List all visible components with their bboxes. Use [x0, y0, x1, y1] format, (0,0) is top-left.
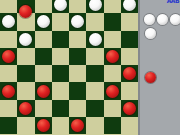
- red-piece[interactable]: [106, 50, 119, 63]
- red-piece[interactable]: [123, 67, 136, 80]
- board-square[interactable]: [104, 13, 121, 30]
- board-square[interactable]: [0, 31, 17, 48]
- board-square[interactable]: [0, 100, 17, 117]
- board-square[interactable]: [86, 13, 103, 30]
- board-square[interactable]: [86, 117, 103, 134]
- captured-pieces-panel: AAB: [138, 0, 180, 135]
- board: [0, 0, 138, 134]
- board-square[interactable]: [86, 48, 103, 65]
- board-square[interactable]: [104, 0, 121, 13]
- checkers-board-area: [0, 0, 138, 135]
- board-square[interactable]: [121, 82, 138, 99]
- watermark-text: AAB: [167, 0, 179, 4]
- white-piece[interactable]: [19, 33, 32, 46]
- board-square[interactable]: [17, 100, 34, 117]
- board-square[interactable]: [35, 13, 52, 30]
- white-piece[interactable]: [89, 33, 102, 46]
- captured-white-piece: [157, 14, 168, 25]
- board-square[interactable]: [35, 0, 52, 13]
- captured-white-piece: [170, 14, 180, 25]
- white-piece[interactable]: [123, 0, 136, 11]
- board-square[interactable]: [104, 31, 121, 48]
- board-square[interactable]: [35, 100, 52, 117]
- board-square[interactable]: [52, 48, 69, 65]
- board-square[interactable]: [104, 117, 121, 134]
- board-square[interactable]: [17, 65, 34, 82]
- board-square[interactable]: [121, 100, 138, 117]
- captured-white-piece: [145, 28, 156, 39]
- board-square[interactable]: [104, 100, 121, 117]
- board-square[interactable]: [35, 31, 52, 48]
- board-square[interactable]: [104, 48, 121, 65]
- red-piece[interactable]: [19, 5, 32, 18]
- board-square[interactable]: [121, 65, 138, 82]
- board-square[interactable]: [35, 48, 52, 65]
- board-square[interactable]: [52, 0, 69, 13]
- red-piece[interactable]: [2, 85, 15, 98]
- board-square[interactable]: [0, 48, 17, 65]
- board-square[interactable]: [52, 82, 69, 99]
- board-square[interactable]: [0, 82, 17, 99]
- board-square[interactable]: [17, 0, 34, 13]
- board-square[interactable]: [121, 0, 138, 13]
- board-square[interactable]: [104, 65, 121, 82]
- board-square[interactable]: [86, 82, 103, 99]
- board-square[interactable]: [86, 100, 103, 117]
- board-square[interactable]: [121, 13, 138, 30]
- board-square[interactable]: [86, 0, 103, 13]
- board-square[interactable]: [69, 82, 86, 99]
- board-square[interactable]: [35, 117, 52, 134]
- board-square[interactable]: [69, 65, 86, 82]
- board-square[interactable]: [69, 0, 86, 13]
- board-square[interactable]: [0, 117, 17, 134]
- captured-white-piece: [144, 14, 155, 25]
- board-square[interactable]: [69, 117, 86, 134]
- board-square[interactable]: [17, 82, 34, 99]
- red-piece[interactable]: [37, 85, 50, 98]
- red-piece[interactable]: [2, 50, 15, 63]
- board-square[interactable]: [0, 13, 17, 30]
- board-square[interactable]: [121, 31, 138, 48]
- board-square[interactable]: [104, 82, 121, 99]
- board-square[interactable]: [52, 117, 69, 134]
- board-square[interactable]: [52, 31, 69, 48]
- board-square[interactable]: [35, 82, 52, 99]
- red-piece[interactable]: [71, 119, 84, 132]
- board-square[interactable]: [52, 13, 69, 30]
- white-piece[interactable]: [37, 15, 50, 28]
- board-square[interactable]: [0, 0, 17, 13]
- white-piece[interactable]: [2, 15, 15, 28]
- red-piece[interactable]: [19, 102, 32, 115]
- board-square[interactable]: [52, 100, 69, 117]
- board-square[interactable]: [17, 31, 34, 48]
- white-piece[interactable]: [89, 0, 102, 11]
- white-piece[interactable]: [54, 0, 67, 11]
- red-piece[interactable]: [123, 102, 136, 115]
- board-square[interactable]: [52, 65, 69, 82]
- board-square[interactable]: [69, 31, 86, 48]
- board-square[interactable]: [17, 48, 34, 65]
- red-piece[interactable]: [37, 119, 50, 132]
- white-piece[interactable]: [71, 15, 84, 28]
- board-square[interactable]: [0, 65, 17, 82]
- board-square[interactable]: [86, 31, 103, 48]
- board-square[interactable]: [121, 117, 138, 134]
- board-square[interactable]: [69, 100, 86, 117]
- captured-red-piece: [145, 72, 156, 83]
- red-piece[interactable]: [106, 85, 119, 98]
- board-square[interactable]: [35, 65, 52, 82]
- board-square[interactable]: [86, 65, 103, 82]
- board-square[interactable]: [121, 48, 138, 65]
- board-square[interactable]: [69, 13, 86, 30]
- board-square[interactable]: [69, 48, 86, 65]
- board-square[interactable]: [17, 117, 34, 134]
